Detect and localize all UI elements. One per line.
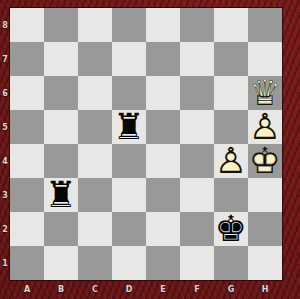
square-c8[interactable] xyxy=(78,8,112,42)
rank-label-3: 3 xyxy=(0,178,10,212)
square-e8[interactable] xyxy=(146,8,180,42)
black-rook-icon[interactable]: ♜ xyxy=(112,110,146,144)
square-b3[interactable]: ♜ xyxy=(44,178,78,212)
black-rook-icon[interactable]: ♜ xyxy=(44,178,78,212)
square-b1[interactable] xyxy=(44,246,78,280)
file-label-g: G xyxy=(214,280,248,299)
square-h1[interactable] xyxy=(248,246,282,280)
square-f3[interactable] xyxy=(180,178,214,212)
square-g5[interactable] xyxy=(214,110,248,144)
square-a5[interactable] xyxy=(10,110,44,144)
rank-label-6: 6 xyxy=(0,76,10,110)
square-d5[interactable]: ♜ xyxy=(112,110,146,144)
square-h7[interactable] xyxy=(248,42,282,76)
file-label-a: A xyxy=(10,280,44,299)
square-a4[interactable] xyxy=(10,144,44,178)
white-king-outline: ♔ xyxy=(248,144,282,178)
rank-labels: 87654321 xyxy=(0,8,10,280)
file-label-e: E xyxy=(146,280,180,299)
square-e3[interactable] xyxy=(146,178,180,212)
square-c5[interactable] xyxy=(78,110,112,144)
square-f6[interactable] xyxy=(180,76,214,110)
chess-board: ♛♕♜♟♙♟♙♚♔♜♚ xyxy=(10,8,282,280)
square-g6[interactable] xyxy=(214,76,248,110)
square-c4[interactable] xyxy=(78,144,112,178)
white-pawn-icon[interactable]: ♟♙ xyxy=(214,144,248,178)
square-h4[interactable]: ♚♔ xyxy=(248,144,282,178)
black-rook-fill: ♜ xyxy=(44,178,78,212)
file-label-b: B xyxy=(44,280,78,299)
square-h2[interactable] xyxy=(248,212,282,246)
rank-label-1: 1 xyxy=(0,246,10,280)
file-labels: ABCDEFGH xyxy=(10,280,282,299)
square-g1[interactable] xyxy=(214,246,248,280)
square-e5[interactable] xyxy=(146,110,180,144)
square-e2[interactable] xyxy=(146,212,180,246)
square-f5[interactable] xyxy=(180,110,214,144)
square-h6[interactable]: ♛♕ xyxy=(248,76,282,110)
square-b6[interactable] xyxy=(44,76,78,110)
square-b4[interactable] xyxy=(44,144,78,178)
square-g3[interactable] xyxy=(214,178,248,212)
chess-board-frame: 87654321 ♛♕♜♟♙♟♙♚♔♜♚ ABCDEFGH xyxy=(0,0,300,299)
square-e7[interactable] xyxy=(146,42,180,76)
white-pawn-outline: ♙ xyxy=(214,144,248,178)
square-b7[interactable] xyxy=(44,42,78,76)
square-a2[interactable] xyxy=(10,212,44,246)
square-c1[interactable] xyxy=(78,246,112,280)
square-c3[interactable] xyxy=(78,178,112,212)
square-d7[interactable] xyxy=(112,42,146,76)
square-a7[interactable] xyxy=(10,42,44,76)
square-c2[interactable] xyxy=(78,212,112,246)
rank-label-8: 8 xyxy=(0,8,10,42)
square-a3[interactable] xyxy=(10,178,44,212)
square-h3[interactable] xyxy=(248,178,282,212)
square-g8[interactable] xyxy=(214,8,248,42)
square-h5[interactable]: ♟♙ xyxy=(248,110,282,144)
square-b5[interactable] xyxy=(44,110,78,144)
square-g7[interactable] xyxy=(214,42,248,76)
square-f7[interactable] xyxy=(180,42,214,76)
square-a8[interactable] xyxy=(10,8,44,42)
square-f8[interactable] xyxy=(180,8,214,42)
white-pawn-icon[interactable]: ♟♙ xyxy=(248,110,282,144)
square-b2[interactable] xyxy=(44,212,78,246)
white-queen-icon[interactable]: ♛♕ xyxy=(248,76,282,110)
square-d8[interactable] xyxy=(112,8,146,42)
square-e1[interactable] xyxy=(146,246,180,280)
square-c6[interactable] xyxy=(78,76,112,110)
square-d4[interactable] xyxy=(112,144,146,178)
white-pawn-outline: ♙ xyxy=(248,110,282,144)
square-h8[interactable] xyxy=(248,8,282,42)
square-g4[interactable]: ♟♙ xyxy=(214,144,248,178)
square-a1[interactable] xyxy=(10,246,44,280)
rank-label-5: 5 xyxy=(0,110,10,144)
square-f2[interactable] xyxy=(180,212,214,246)
file-label-h: H xyxy=(248,280,282,299)
square-a6[interactable] xyxy=(10,76,44,110)
square-b8[interactable] xyxy=(44,8,78,42)
black-king-fill: ♚ xyxy=(214,212,248,246)
square-d6[interactable] xyxy=(112,76,146,110)
square-e4[interactable] xyxy=(146,144,180,178)
square-c7[interactable] xyxy=(78,42,112,76)
square-e6[interactable] xyxy=(146,76,180,110)
rank-label-4: 4 xyxy=(0,144,10,178)
black-rook-fill: ♜ xyxy=(112,110,146,144)
file-label-f: F xyxy=(180,280,214,299)
square-f1[interactable] xyxy=(180,246,214,280)
file-label-c: C xyxy=(78,280,112,299)
file-label-d: D xyxy=(112,280,146,299)
square-d3[interactable] xyxy=(112,178,146,212)
white-king-icon[interactable]: ♚♔ xyxy=(248,144,282,178)
rank-label-7: 7 xyxy=(0,42,10,76)
black-king-icon[interactable]: ♚ xyxy=(214,212,248,246)
rank-label-2: 2 xyxy=(0,212,10,246)
square-f4[interactable] xyxy=(180,144,214,178)
square-d1[interactable] xyxy=(112,246,146,280)
square-g2[interactable]: ♚ xyxy=(214,212,248,246)
square-d2[interactable] xyxy=(112,212,146,246)
white-queen-outline: ♕ xyxy=(248,76,282,110)
